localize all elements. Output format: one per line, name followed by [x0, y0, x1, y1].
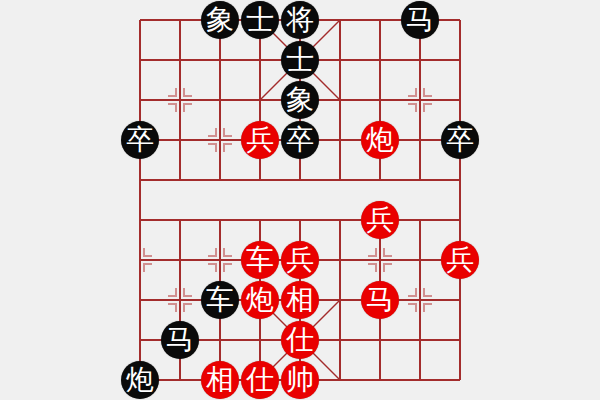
piece-red-cannon[interactable]: 炮 [241, 281, 279, 319]
piece-black-soldier[interactable]: 卒 [441, 121, 479, 159]
piece-black-soldier[interactable]: 卒 [281, 121, 319, 159]
piece-black-elephant[interactable]: 象 [281, 81, 319, 119]
piece-black-advisor[interactable]: 士 [241, 1, 279, 39]
piece-red-advisor[interactable]: 仕 [241, 361, 279, 399]
piece-red-chariot[interactable]: 车 [241, 241, 279, 279]
piece-red-cannon[interactable]: 炮 [361, 121, 399, 159]
piece-red-soldier[interactable]: 兵 [441, 241, 479, 279]
piece-black-general[interactable]: 将 [281, 1, 319, 39]
piece-red-soldier[interactable]: 兵 [361, 201, 399, 239]
piece-red-elephant[interactable]: 相 [201, 361, 239, 399]
xiangqi-screen: 象士将马士象卒兵卒炮卒兵车兵兵车炮相马马仕炮相仕帅 [0, 0, 600, 400]
piece-black-advisor[interactable]: 士 [281, 41, 319, 79]
piece-black-soldier[interactable]: 卒 [121, 121, 159, 159]
piece-red-general[interactable]: 帅 [281, 361, 319, 399]
piece-black-horse[interactable]: 马 [161, 321, 199, 359]
piece-red-soldier[interactable]: 兵 [281, 241, 319, 279]
piece-black-cannon[interactable]: 炮 [121, 361, 159, 399]
piece-black-elephant[interactable]: 象 [201, 1, 239, 39]
piece-red-horse[interactable]: 马 [361, 281, 399, 319]
piece-red-elephant[interactable]: 相 [281, 281, 319, 319]
piece-black-horse[interactable]: 马 [401, 1, 439, 39]
xiangqi-board: 象士将马士象卒兵卒炮卒兵车兵兵车炮相马马仕炮相仕帅 [120, 0, 480, 400]
piece-red-soldier[interactable]: 兵 [241, 121, 279, 159]
piece-black-chariot[interactable]: 车 [201, 281, 239, 319]
piece-red-advisor[interactable]: 仕 [281, 321, 319, 359]
